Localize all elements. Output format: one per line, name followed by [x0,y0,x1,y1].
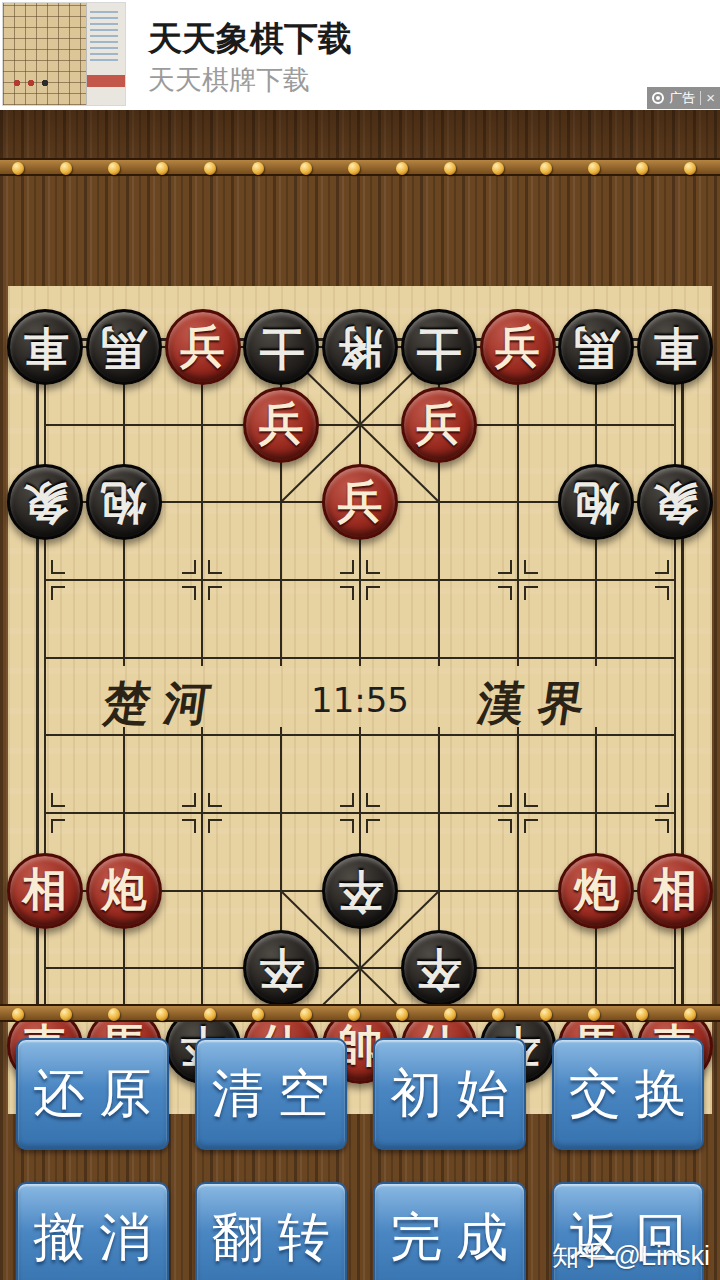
piece-glyph: 兵 [259,402,304,447]
gold-stud [60,162,72,175]
gold-stud [588,162,600,175]
gold-stud [492,1008,504,1021]
piece-glyph: 馬 [574,325,619,370]
piece-red-elephant[interactable]: 相 [7,853,83,929]
piece-glyph: 將 [338,325,383,370]
initial-button-label: 初始 [376,1059,522,1129]
piece-black-elephant[interactable]: 象 [637,464,713,540]
gold-stud [156,162,168,175]
ad-thumbnail-image[interactable] [2,2,126,106]
piece-glyph: 兵 [338,480,383,525]
piece-glyph: 兵 [416,402,461,447]
piece-black-cannon[interactable]: 炮 [86,464,162,540]
ad-badge-label: 广告 [669,87,695,109]
gold-stud [492,162,504,175]
piece-glyph: 卒 [416,946,461,991]
gold-stud [444,1008,456,1021]
piece-glyph: 炮 [101,868,146,913]
piece-black-general[interactable]: 將 [322,309,398,385]
piece-glyph: 車 [653,325,698,370]
ad-close-icon[interactable]: × [706,87,715,109]
wood-top-band [0,110,720,158]
clear-button[interactable]: 清空 [195,1038,348,1150]
gold-stud [684,1008,696,1021]
piece-glyph: 炮 [574,868,619,913]
xiangqi-board-preview [3,3,87,105]
gold-stud [348,162,360,175]
piece-black-horse[interactable]: 馬 [558,309,634,385]
piece-glyph: 士 [259,325,304,370]
flip-button-label: 翻转 [198,1203,344,1273]
stud-rail-top [0,158,720,176]
piece-glyph: 炮 [101,480,146,525]
piece-black-elephant[interactable]: 象 [7,464,83,540]
piece-glyph: 象 [23,480,68,525]
piece-black-horse[interactable]: 馬 [86,309,162,385]
undo-button-label: 撤消 [19,1203,165,1273]
piece-glyph: 兵 [495,325,540,370]
piece-red-soldier[interactable]: 兵 [165,309,241,385]
ad-subtitle: 天天棋牌下载 [148,62,310,98]
gold-stud [204,1008,216,1021]
piece-glyph: 馬 [101,325,146,370]
piece-black-chariot[interactable]: 車 [7,309,83,385]
piece-glyph: 車 [23,325,68,370]
gold-stud [12,162,24,175]
gold-stud [444,162,456,175]
gold-stud [12,1008,24,1021]
ad-badge-divider [700,91,701,105]
clear-button-label: 清空 [198,1059,344,1129]
gold-stud [636,1008,648,1021]
restore-button[interactable]: 还原 [16,1038,169,1150]
gold-stud [684,162,696,175]
gold-stud [108,162,120,175]
piece-red-soldier[interactable]: 兵 [322,464,398,540]
piece-glyph: 象 [653,480,698,525]
swap-button-label: 交换 [555,1059,701,1129]
gold-stud [300,1008,312,1021]
initial-button[interactable]: 初始 [373,1038,526,1150]
flip-button[interactable]: 翻转 [195,1182,348,1280]
ad-header-card[interactable]: 天天象棋下载 天天棋牌下载 广告 × [0,0,720,110]
piece-glyph: 相 [653,868,698,913]
piece-red-soldier[interactable]: 兵 [243,387,319,463]
piece-black-soldier[interactable]: 卒 [243,930,319,1006]
stud-rail-bottom [0,1004,720,1022]
gold-stud [300,162,312,175]
ad-badge[interactable]: 广告 × [647,87,720,109]
ad-title[interactable]: 天天象棋下载 [148,16,352,62]
gold-stud [396,1008,408,1021]
gold-stud [156,1008,168,1021]
ad-info-icon[interactable] [652,92,664,104]
gold-stud [588,1008,600,1021]
piece-red-cannon[interactable]: 炮 [86,853,162,929]
piece-glyph: 兵 [180,325,225,370]
done-button[interactable]: 完成 [373,1182,526,1280]
gold-stud [60,1008,72,1021]
piece-glyph: 卒 [338,868,383,913]
piece-glyph: 相 [23,868,68,913]
piece-black-chariot[interactable]: 車 [637,309,713,385]
gold-stud [540,162,552,175]
piece-glyph: 卒 [259,946,304,991]
gold-stud [636,162,648,175]
piece-red-soldier[interactable]: 兵 [401,387,477,463]
piece-black-soldier[interactable]: 卒 [322,853,398,929]
piece-glyph: 士 [416,325,461,370]
pieces-layer: 車馬兵士將士兵馬車兵兵象炮兵炮象相炮卒炮相卒卒車馬卒仕帥仕卒馬車 [8,286,712,1114]
done-button-label: 完成 [376,1203,522,1273]
piece-red-cannon[interactable]: 炮 [558,853,634,929]
piece-black-cannon[interactable]: 炮 [558,464,634,540]
gold-stud [252,162,264,175]
restore-button-label: 还原 [19,1059,165,1129]
app-screenshot-preview [87,3,125,105]
piece-red-soldier[interactable]: 兵 [480,309,556,385]
piece-black-advisor[interactable]: 士 [401,309,477,385]
piece-red-elephant[interactable]: 相 [637,853,713,929]
piece-black-soldier[interactable]: 卒 [401,930,477,1006]
piece-glyph: 炮 [574,480,619,525]
wood-frame: 楚河 11:55 漢界 車馬兵士將士兵馬車兵兵象炮兵炮象相炮卒炮相卒卒車馬卒仕帥… [0,110,720,1280]
gold-stud [396,162,408,175]
gold-stud [252,1008,264,1021]
watermark: 知乎 @Linski [552,1238,710,1274]
swap-button[interactable]: 交换 [552,1038,705,1150]
gold-stud [540,1008,552,1021]
gold-stud [348,1008,360,1021]
undo-button[interactable]: 撤消 [16,1182,169,1280]
gold-stud [108,1008,120,1021]
piece-black-advisor[interactable]: 士 [243,309,319,385]
gold-stud [204,162,216,175]
xiangqi-board[interactable]: 楚河 11:55 漢界 車馬兵士將士兵馬車兵兵象炮兵炮象相炮卒炮相卒卒車馬卒仕帥… [8,286,712,1114]
